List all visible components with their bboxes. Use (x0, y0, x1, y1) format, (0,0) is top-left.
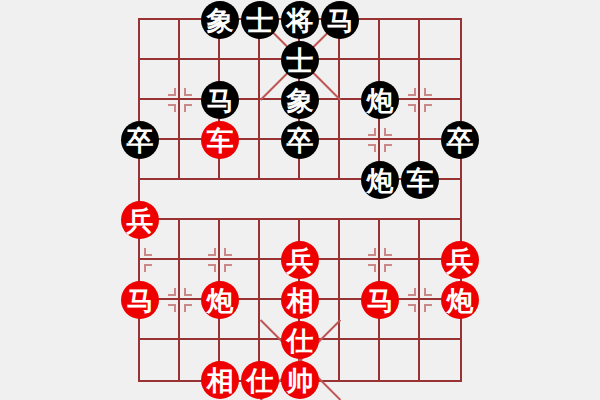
red-horse[interactable]: 马 (361, 281, 399, 319)
red-elephant[interactable]: 相 (201, 361, 239, 399)
black-advisor[interactable]: 士 (241, 1, 279, 39)
black-cannon[interactable]: 炮 (361, 81, 399, 119)
red-soldier[interactable]: 兵 (441, 241, 479, 279)
red-advisor[interactable]: 仕 (241, 361, 279, 399)
red-advisor[interactable]: 仕 (281, 321, 319, 359)
board-background: 象士将马士马象炮卒卒卒炮车车兵兵兵马炮相马炮仕相仕帅 (0, 0, 600, 400)
black-soldier[interactable]: 卒 (281, 121, 319, 159)
red-elephant[interactable]: 相 (281, 281, 319, 319)
black-horse[interactable]: 马 (321, 1, 359, 39)
red-soldier[interactable]: 兵 (121, 201, 159, 239)
xiangqi-board[interactable]: 象士将马士马象炮卒卒卒炮车车兵兵兵马炮相马炮仕相仕帅 (138, 18, 462, 382)
black-cannon[interactable]: 炮 (361, 161, 399, 199)
black-horse[interactable]: 马 (201, 81, 239, 119)
black-chariot[interactable]: 车 (401, 161, 439, 199)
pieces-layer: 象士将马士马象炮卒卒卒炮车车兵兵兵马炮相马炮仕相仕帅 (140, 20, 460, 380)
red-soldier[interactable]: 兵 (281, 241, 319, 279)
red-general[interactable]: 帅 (281, 361, 319, 399)
red-cannon[interactable]: 炮 (441, 281, 479, 319)
black-elephant[interactable]: 象 (201, 1, 239, 39)
black-soldier[interactable]: 卒 (441, 121, 479, 159)
red-cannon[interactable]: 炮 (201, 281, 239, 319)
black-advisor[interactable]: 士 (281, 41, 319, 79)
black-soldier[interactable]: 卒 (121, 121, 159, 159)
black-elephant[interactable]: 象 (281, 81, 319, 119)
black-general[interactable]: 将 (281, 1, 319, 39)
red-chariot[interactable]: 车 (201, 121, 239, 159)
red-horse[interactable]: 马 (121, 281, 159, 319)
